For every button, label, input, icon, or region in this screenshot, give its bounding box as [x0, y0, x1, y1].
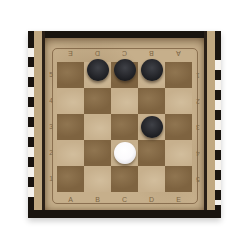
square-A2[interactable] — [57, 140, 84, 166]
file-label-bottom-B: B — [84, 193, 111, 205]
square-E1[interactable] — [165, 166, 192, 192]
black-piece-D3[interactable] — [141, 116, 163, 138]
square-D5[interactable] — [138, 62, 165, 88]
ranks-left: 54321 — [45, 62, 57, 192]
page-background: { "game": "checkers (mini 5x5 wooden tra… — [0, 0, 250, 250]
square-C5[interactable] — [111, 62, 138, 88]
rank-label-left-1: 1 — [45, 166, 57, 192]
rank-label-left-5: 5 — [45, 62, 57, 88]
file-label-bottom-C: C — [111, 193, 138, 205]
white-piece-C2[interactable] — [114, 142, 136, 164]
square-A4[interactable] — [57, 88, 84, 114]
square-A5[interactable] — [57, 62, 84, 88]
square-E3[interactable] — [165, 114, 192, 140]
rank-label-right-3: 3 — [192, 114, 204, 140]
wooden-checkers-board: EDCBA 54321 12345 ABCDE — [28, 31, 221, 218]
square-B5[interactable] — [84, 62, 111, 88]
board-panel: EDCBA 54321 12345 ABCDE — [45, 38, 204, 210]
square-C4[interactable] — [111, 88, 138, 114]
square-B3[interactable] — [84, 114, 111, 140]
black-piece-C5[interactable] — [114, 59, 136, 81]
square-B4[interactable] — [84, 88, 111, 114]
file-label-bottom-D: D — [138, 193, 165, 205]
square-D2[interactable] — [138, 140, 165, 166]
black-piece-B5[interactable] — [87, 59, 109, 81]
file-label-top-A: A — [165, 47, 192, 60]
square-D3[interactable] — [138, 114, 165, 140]
rank-label-right-4: 4 — [192, 140, 204, 166]
square-D4[interactable] — [138, 88, 165, 114]
square-E2[interactable] — [165, 140, 192, 166]
file-label-bottom-A: A — [57, 193, 84, 205]
rank-label-left-2: 2 — [45, 140, 57, 166]
black-piece-D5[interactable] — [141, 59, 163, 81]
square-C3[interactable] — [111, 114, 138, 140]
square-C1[interactable] — [111, 166, 138, 192]
frame-top-edge — [28, 31, 221, 38]
rank-label-right-1: 1 — [192, 62, 204, 88]
rank-label-right-5: 5 — [192, 166, 204, 192]
square-E4[interactable] — [165, 88, 192, 114]
rank-label-right-2: 2 — [192, 88, 204, 114]
file-label-bottom-E: E — [165, 193, 192, 205]
square-B1[interactable] — [84, 166, 111, 192]
box-wall-left — [34, 31, 45, 218]
file-label-top-E: E — [57, 47, 84, 60]
rank-label-left-4: 4 — [45, 88, 57, 114]
square-A1[interactable] — [57, 166, 84, 192]
square-C2[interactable] — [111, 140, 138, 166]
files-bottom: ABCDE — [57, 193, 192, 205]
square-E5[interactable] — [165, 62, 192, 88]
frame-bottom-edge — [28, 210, 221, 218]
ranks-right: 12345 — [192, 62, 204, 192]
square-B2[interactable] — [84, 140, 111, 166]
square-D1[interactable] — [138, 166, 165, 192]
board-grid — [57, 62, 192, 192]
box-wall-right — [204, 31, 215, 218]
frame-right-finger-joints — [215, 31, 221, 218]
square-A3[interactable] — [57, 114, 84, 140]
rank-label-left-3: 3 — [45, 114, 57, 140]
